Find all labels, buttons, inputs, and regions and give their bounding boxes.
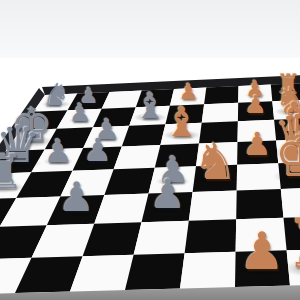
- piece-black-pawn-b7[interactable]: ♟: [69, 100, 91, 125]
- square-f3[interactable]: [189, 191, 237, 221]
- square-g3[interactable]: [185, 219, 237, 253]
- square-g4[interactable]: [134, 221, 189, 255]
- square-b3[interactable]: [202, 103, 239, 123]
- piece-white-king-e1[interactable]: ♚: [274, 125, 300, 185]
- piece-white-rook-h1[interactable]: ♜: [285, 210, 300, 278]
- piece-white-knight-e3[interactable]: ♞: [193, 137, 238, 187]
- piece-black-pawn-d6[interactable]: ♟: [84, 134, 113, 166]
- square-h3[interactable]: [180, 252, 236, 289]
- piece-white-pawn-d2[interactable]: ♟: [243, 128, 272, 160]
- square-f2[interactable]: [236, 189, 283, 219]
- square-h4[interactable]: [125, 253, 185, 290]
- chess-3d-scene: ♞♟♟♟♜♟♝♟♞♚♟♝♝♛♟♟♟♛♜♟♞♚♟♟♟♜: [0, 0, 300, 300]
- piece-black-pawn-f6[interactable]: ♟: [58, 178, 94, 219]
- piece-white-pawn-h2[interactable]: ♟: [239, 226, 285, 278]
- piece-white-pawn-b2[interactable]: ♟: [245, 93, 267, 118]
- square-a3[interactable]: [204, 86, 238, 104]
- piece-black-pawn-d7[interactable]: ♟: [44, 135, 73, 167]
- piece-black-pawn-f4[interactable]: ♟: [150, 175, 186, 216]
- piece-black-rook-e8[interactable]: ♜: [0, 148, 24, 195]
- piece-black-bishop-b5[interactable]: ♝: [134, 88, 166, 124]
